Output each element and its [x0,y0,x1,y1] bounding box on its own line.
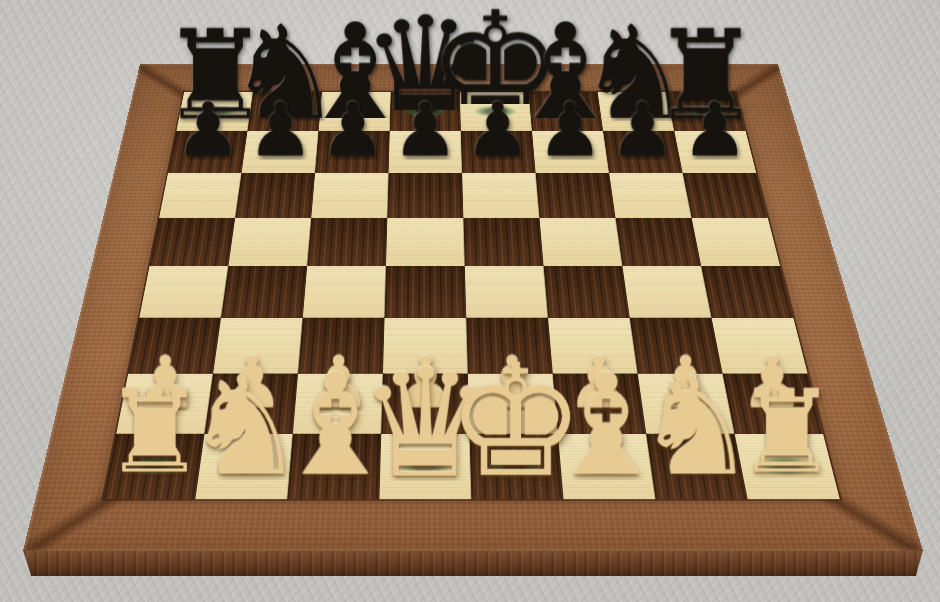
felt-shadow [756,456,816,476]
square-b8: ♞ [248,92,322,131]
felt-shadow [613,105,658,117]
square-g2: ♟ [638,374,735,434]
square-e1: ♚ [470,434,564,499]
felt-shadow [667,456,726,476]
square-d3 [383,318,468,374]
square-d1: ♛ [379,434,471,499]
square-h7: ♟ [674,131,756,173]
felt-shadow [307,456,364,476]
square-g5 [616,218,702,266]
felt-shadow [264,147,298,156]
felt-shadow [263,105,308,117]
felt-shadow [336,147,370,156]
square-a2: ♟ [116,374,213,434]
square-a1: ♜ [103,434,204,499]
square-e6 [462,173,539,218]
square-g8: ♞ [598,92,675,131]
felt-shadow [145,397,187,410]
square-c4 [303,266,386,318]
square-c2: ♟ [293,374,383,434]
square-e2: ♟ [468,374,558,434]
square-f7: ♟ [532,131,609,173]
square-d6 [387,173,463,218]
felt-shadow [751,397,794,410]
square-d7: ♟ [389,131,463,173]
square-h8: ♜ [667,92,746,131]
square-b7: ♟ [242,131,319,173]
felt-shadow [193,105,238,117]
felt-shadow [409,147,442,156]
felt-shadow [333,105,377,117]
square-h4 [701,266,793,318]
felt-shadow [664,397,706,410]
square-b6 [235,173,315,218]
square-g1: ♞ [646,434,747,499]
felt-shadow [577,456,635,476]
square-h3 [712,318,808,374]
board-side-edge [23,550,923,576]
felt-shadow [473,105,517,117]
square-b4 [221,266,307,318]
square-b2: ♟ [205,374,298,434]
square-g4 [622,266,711,318]
piece-black-queen: ♛ [309,0,541,142]
square-f8: ♝ [529,92,604,131]
square-a4 [139,266,228,318]
square-b3 [213,318,303,374]
square-a8: ♜ [176,92,253,131]
square-d5 [386,218,465,266]
photo-scene: ♜♞♝♛♚♝♞♜♟♟♟♟♟♟♟♟♟♟♟♟♟♟♟♟♜♞♝♛♚♝♞♜ [0,0,940,602]
square-c1: ♝ [287,434,381,499]
square-h5 [692,218,780,266]
felt-shadow [481,147,515,156]
square-f1: ♝ [558,434,656,499]
felt-shadow [543,105,588,117]
square-c6 [311,173,388,218]
square-b1: ♞ [195,434,293,499]
square-f2: ♟ [553,374,647,434]
felt-shadow [625,147,660,156]
square-c5 [307,218,387,266]
felt-shadow [191,147,226,156]
square-f6 [536,173,616,218]
square-h1: ♜ [735,434,840,499]
square-e8: ♚ [460,92,532,131]
square-g7: ♟ [603,131,683,173]
felt-shadow [553,147,587,156]
square-h6 [683,173,768,218]
felt-shadow [404,105,448,117]
square-g3 [630,318,723,374]
square-a5 [150,218,236,266]
felt-shadow [125,456,184,476]
square-d2: ♟ [381,374,469,434]
square-b5 [228,218,311,266]
felt-shadow [492,397,533,410]
square-e3 [466,318,553,374]
square-f3 [548,318,638,374]
felt-shadow [682,105,728,117]
square-c7: ♟ [315,131,390,173]
board-squares: ♜♞♝♛♚♝♞♜♟♟♟♟♟♟♟♟♟♟♟♟♟♟♟♟♜♞♝♛♚♝♞♜ [103,92,839,499]
felt-shadow [578,397,619,410]
square-a7: ♟ [168,131,247,173]
square-g6 [609,173,691,218]
felt-shadow [697,147,732,156]
felt-shadow [231,397,272,410]
square-e7: ♟ [461,131,536,173]
felt-shadow [405,397,445,410]
square-e5 [463,218,543,266]
square-f5 [540,218,623,266]
square-d8: ♛ [390,92,461,131]
felt-shadow [216,456,274,476]
square-c8: ♝ [319,92,391,131]
square-a6 [159,173,241,218]
square-h2: ♟ [723,374,823,434]
felt-shadow [318,397,359,410]
felt-shadow [397,456,453,476]
square-c3 [298,318,384,374]
square-f4 [544,266,630,318]
chess-board: ♜♞♝♛♚♝♞♜♟♟♟♟♟♟♟♟♟♟♟♟♟♟♟♟♜♞♝♛♚♝♞♜ [23,64,923,551]
felt-shadow [487,456,544,476]
square-e4 [465,266,548,318]
square-a3 [128,318,221,374]
square-d4 [385,266,467,318]
